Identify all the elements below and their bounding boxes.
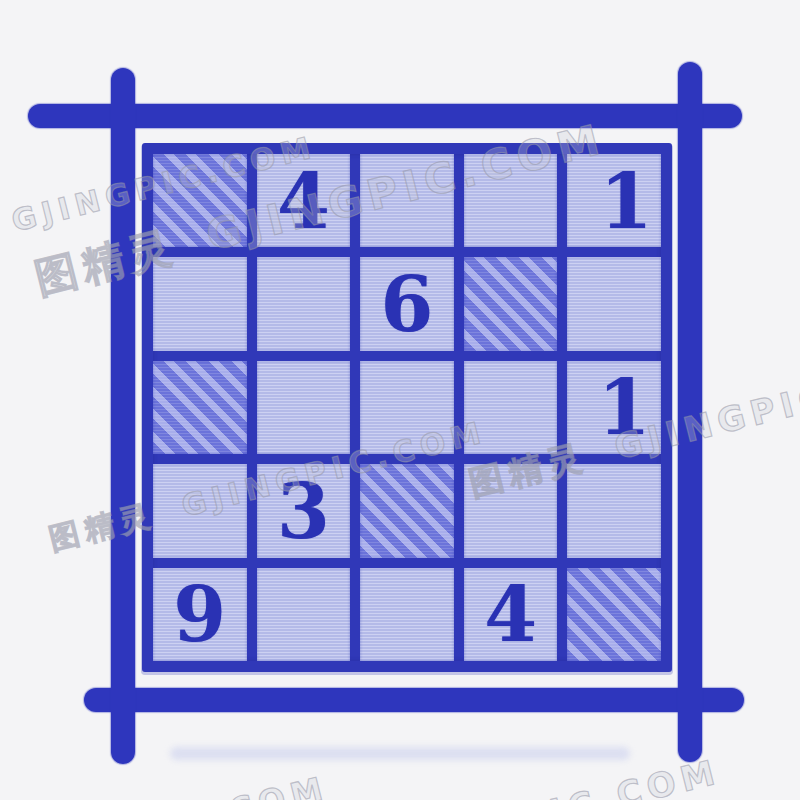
given-digit: 1	[598, 370, 651, 446]
cell-r3c4[interactable]	[464, 361, 558, 454]
cell-r3c2[interactable]	[257, 361, 351, 454]
illustration-canvas: 4161394 图精灵 GJINGPIC.COM图精灵 GJINGPIC.COM…	[0, 0, 800, 800]
cell-r2c4-blocked	[464, 257, 558, 350]
cell-r4c2[interactable]: 3	[257, 464, 351, 557]
cell-r3c1-blocked	[153, 361, 247, 454]
given-digit: 4	[484, 577, 537, 653]
cell-r1c2[interactable]: 4	[257, 154, 351, 247]
cell-r2c2[interactable]	[257, 257, 351, 350]
given-digit: 6	[381, 267, 434, 343]
given-digit: 3	[277, 474, 330, 550]
cell-r5c2[interactable]	[257, 568, 351, 661]
cell-r3c3[interactable]	[360, 361, 454, 454]
paint-smudge	[170, 747, 630, 760]
cell-r5c3[interactable]	[360, 568, 454, 661]
cell-r1c3[interactable]	[360, 154, 454, 247]
cell-r4c1[interactable]	[153, 464, 247, 557]
watermark-text: 图精灵 GJINGPIC.COM	[0, 767, 333, 800]
frame-line-bottom	[84, 688, 744, 712]
cell-r2c5[interactable]	[567, 257, 661, 350]
frame-line-left	[111, 68, 135, 764]
given-digit: 1	[600, 164, 653, 240]
cell-r4c3-blocked	[360, 464, 454, 557]
cell-r2c1[interactable]	[153, 257, 247, 350]
frame-line-right	[678, 62, 702, 762]
puzzle-board: 4161394	[142, 143, 672, 672]
cell-r1c1-blocked	[153, 154, 247, 247]
cell-r5c4[interactable]: 4	[464, 568, 558, 661]
frame-line-top	[28, 104, 742, 128]
cell-r5c1[interactable]: 9	[153, 568, 247, 661]
given-digit: 4	[277, 164, 330, 240]
cell-r1c5[interactable]: 1	[567, 154, 661, 247]
given-digit: 9	[173, 577, 226, 653]
cell-r1c4[interactable]	[464, 154, 558, 247]
cell-r4c4[interactable]	[464, 464, 558, 557]
cell-r3c5[interactable]: 1	[567, 361, 661, 454]
cell-r5c5-blocked	[567, 568, 661, 661]
cell-r4c5[interactable]	[567, 464, 661, 557]
cell-r2c3[interactable]: 6	[360, 257, 454, 350]
